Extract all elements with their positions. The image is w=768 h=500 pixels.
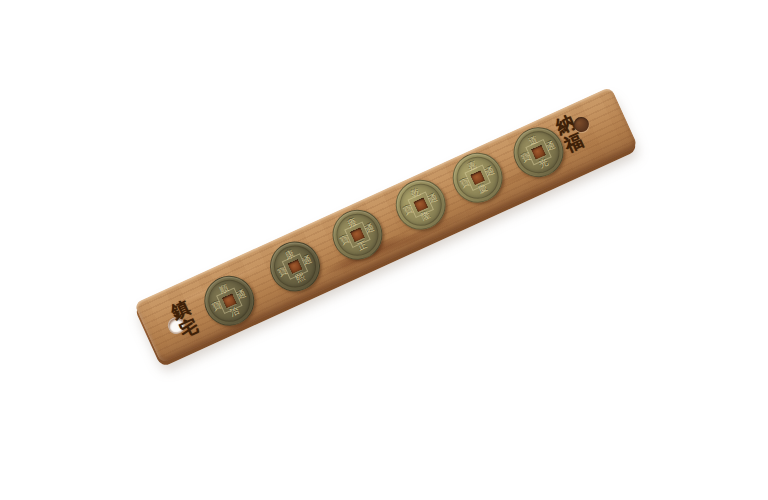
coin-face: 雍 正 通 寶 xyxy=(330,207,386,263)
inscription-char-zhai: 宅 xyxy=(177,316,201,340)
wooden-board: 鎮 宅 納 福 順 治 通 寶 康 熙 通 寶 xyxy=(134,86,638,363)
coin-face: 順 治 通 寶 xyxy=(202,273,258,329)
coin-2-kangxi-tongbao: 康 熙 通 寶 xyxy=(262,233,328,299)
coin-face: 乾 隆 通 寶 xyxy=(393,177,449,233)
coin-5-jiaqing-tongbao: 嘉 慶 通 寶 xyxy=(445,145,511,211)
coin-4-qianlong-tongbao: 乾 隆 通 寶 xyxy=(388,172,454,238)
coin-3-yongzheng-tongbao: 雍 正 通 寶 xyxy=(324,202,390,268)
coin-face: 康 熙 通 寶 xyxy=(267,239,323,295)
coin-face: 嘉 慶 通 寶 xyxy=(450,150,506,206)
inscription-char-fu: 福 xyxy=(562,131,586,155)
coin-face: 道 光 通 寶 xyxy=(511,124,567,180)
product-photo-scene: 鎮 宅 納 福 順 治 通 寶 康 熙 通 寶 xyxy=(0,0,768,500)
